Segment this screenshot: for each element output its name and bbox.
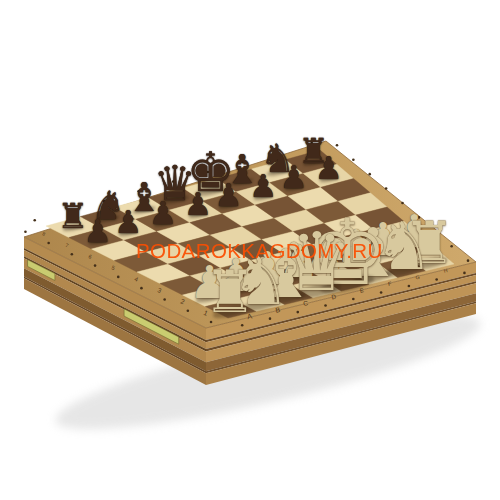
pin-dot [140,287,143,290]
pin-dot [336,144,339,147]
pin-dot [352,158,355,161]
pin-dot [207,171,210,174]
pin-dot [450,245,453,248]
pin-dot [103,200,106,203]
pin-dot [434,231,437,234]
pin-dot [269,317,272,320]
pin-dot [24,230,27,233]
pin-dot [418,216,421,219]
pin-dot [310,142,313,145]
pin-dot [324,304,327,307]
pin-dot [408,285,411,288]
pin-dot [241,324,244,327]
pin-dot [47,242,50,245]
watermark: PODAROKKAGDOMY.RU [136,239,383,263]
pin-dot [401,202,404,205]
pin-dot [117,276,120,279]
pin-dot [435,278,438,281]
pin-dot [137,190,140,193]
pin-dot [296,311,299,314]
pin-dot [33,219,36,222]
pin-dot [467,259,470,262]
pin-dot [380,291,383,294]
pin-dot [463,272,466,275]
pin-dot [352,298,355,301]
pin-dot [241,161,244,164]
pin-dot [71,253,74,256]
product-photo-scene: ABCDEFGH12345678 ♜♞♝♛♚♝♞♜♟♟♟♟♟♟♟♟♟♟♟♟♟♟♟… [0,0,500,500]
pin-dot [172,180,175,183]
pin-dot [276,151,279,154]
pin-dot [210,321,213,324]
pin-dot [187,309,190,312]
pin-dot [385,187,388,190]
pin-dot [163,298,166,301]
pin-dot [368,173,371,176]
pin-dot [68,209,71,212]
pin-dot [94,264,97,267]
